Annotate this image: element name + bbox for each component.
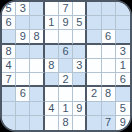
cell-r7c2[interactable]: 6 <box>16 87 30 101</box>
cell-r2c1[interactable]: 6 <box>2 16 16 30</box>
cell-r1c4[interactable] <box>45 2 59 16</box>
cell-r3c1[interactable] <box>2 30 16 44</box>
cell-r1c3[interactable] <box>30 2 44 16</box>
cell-r7c7[interactable]: 2 <box>87 87 101 101</box>
cell-r4c3[interactable] <box>30 45 44 59</box>
cell-r9c2[interactable] <box>16 116 30 130</box>
cell-r6c7[interactable] <box>87 73 101 87</box>
cell-r5c1[interactable]: 4 <box>2 59 16 73</box>
cell-r6c4[interactable] <box>45 73 59 87</box>
cell-r1c9[interactable] <box>116 2 130 16</box>
cell-r6c3[interactable] <box>30 73 44 87</box>
cell-r4c5[interactable]: 6 <box>59 45 73 59</box>
cell-r2c3[interactable] <box>30 16 44 30</box>
cell-r4c8[interactable] <box>102 45 116 59</box>
cell-r6c6[interactable] <box>73 73 87 87</box>
cell-r2c2[interactable] <box>16 16 30 30</box>
cell-r8c4[interactable]: 4 <box>45 102 59 116</box>
cell-r1c7[interactable] <box>87 2 101 16</box>
cell-r6c5[interactable]: 2 <box>59 73 73 87</box>
cell-r9c6[interactable] <box>73 116 87 130</box>
cell-r2c8[interactable] <box>102 16 116 30</box>
cell-r4c1[interactable]: 8 <box>2 45 16 59</box>
cell-r5c6[interactable]: 3 <box>73 59 87 73</box>
cell-r1c2[interactable]: 3 <box>16 2 30 16</box>
cell-r3c2[interactable]: 9 <box>16 30 30 44</box>
cell-r9c1[interactable] <box>2 116 16 130</box>
cell-r7c8[interactable]: 8 <box>102 87 116 101</box>
cell-r3c9[interactable] <box>116 30 130 44</box>
cell-r6c1[interactable]: 7 <box>2 73 16 87</box>
cell-r9c5[interactable]: 8 <box>59 116 73 130</box>
cell-r7c4[interactable] <box>45 87 59 101</box>
cell-r8c5[interactable]: 1 <box>59 102 73 116</box>
cell-r8c3[interactable] <box>30 102 44 116</box>
cell-r4c9[interactable]: 3 <box>116 45 130 59</box>
cell-r5c4[interactable]: 8 <box>45 59 59 73</box>
cell-r8c8[interactable] <box>102 102 116 116</box>
cell-r6c9[interactable]: 6 <box>116 73 130 87</box>
cell-r9c3[interactable] <box>30 116 44 130</box>
cell-r1c6[interactable] <box>73 2 87 16</box>
cell-r3c3[interactable]: 8 <box>30 30 44 44</box>
cell-r9c7[interactable] <box>87 116 101 130</box>
cell-r7c5[interactable] <box>59 87 73 101</box>
cell-r6c2[interactable] <box>16 73 30 87</box>
sudoku-board: 537619598686348317266284195879 <box>0 0 132 132</box>
cell-r7c3[interactable] <box>30 87 44 101</box>
cell-r1c1[interactable]: 5 <box>2 2 16 16</box>
cell-r3c6[interactable] <box>73 30 87 44</box>
cell-r4c4[interactable] <box>45 45 59 59</box>
cell-r5c7[interactable] <box>87 59 101 73</box>
cell-r4c7[interactable] <box>87 45 101 59</box>
cell-r8c1[interactable] <box>2 102 16 116</box>
cell-r9c9[interactable]: 9 <box>116 116 130 130</box>
cell-r5c2[interactable] <box>16 59 30 73</box>
cell-r7c6[interactable] <box>73 87 87 101</box>
cell-r9c4[interactable] <box>45 116 59 130</box>
cell-r5c8[interactable] <box>102 59 116 73</box>
cell-r9c8[interactable]: 7 <box>102 116 116 130</box>
cell-r5c3[interactable] <box>30 59 44 73</box>
cell-r8c2[interactable] <box>16 102 30 116</box>
cell-r2c6[interactable]: 5 <box>73 16 87 30</box>
cell-r2c7[interactable] <box>87 16 101 30</box>
cell-r7c1[interactable] <box>2 87 16 101</box>
cell-r8c7[interactable] <box>87 102 101 116</box>
cell-r2c9[interactable] <box>116 16 130 30</box>
cell-r4c6[interactable] <box>73 45 87 59</box>
cell-r1c8[interactable] <box>102 2 116 16</box>
cell-r3c8[interactable]: 6 <box>102 30 116 44</box>
cell-r5c5[interactable] <box>59 59 73 73</box>
cell-r3c7[interactable] <box>87 30 101 44</box>
cell-r8c9[interactable]: 5 <box>116 102 130 116</box>
cell-r7c9[interactable] <box>116 87 130 101</box>
cell-r3c5[interactable] <box>59 30 73 44</box>
cell-r3c4[interactable] <box>45 30 59 44</box>
cell-r5c9[interactable]: 1 <box>116 59 130 73</box>
cell-r2c5[interactable]: 9 <box>59 16 73 30</box>
sudoku-app-icon: 537619598686348317266284195879 <box>0 0 132 132</box>
cell-r8c6[interactable]: 9 <box>73 102 87 116</box>
cell-r2c4[interactable]: 1 <box>45 16 59 30</box>
cell-r4c2[interactable] <box>16 45 30 59</box>
cell-r1c5[interactable]: 7 <box>59 2 73 16</box>
cell-r6c8[interactable] <box>102 73 116 87</box>
